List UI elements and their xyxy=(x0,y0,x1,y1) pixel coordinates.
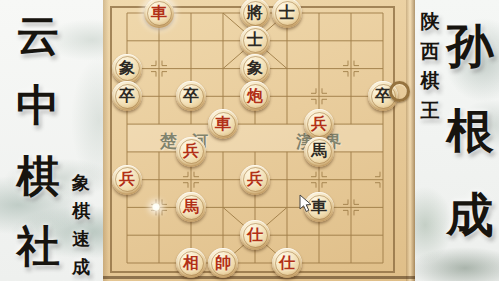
black-chariot[interactable]: 車 xyxy=(304,192,334,222)
piece-glyph: 將 xyxy=(240,0,270,28)
right-panel-title: 孙 根 成 xyxy=(442,22,498,238)
red-soldier[interactable]: 兵 xyxy=(304,109,334,139)
red-cannon[interactable]: 炮 xyxy=(240,81,270,111)
piece-glyph: 仕 xyxy=(240,220,270,250)
red-elephant[interactable]: 相 xyxy=(176,248,206,278)
red-soldier[interactable]: 兵 xyxy=(240,165,270,195)
calligraphy-char: 棋 xyxy=(17,155,60,198)
right-panel-subtitle: 陕 西 棋 王 xyxy=(417,12,443,120)
piece-glyph: 馬 xyxy=(176,192,206,222)
red-advisor[interactable]: 仕 xyxy=(240,220,270,250)
black-soldier[interactable]: 卒 xyxy=(176,81,206,111)
left-ink-panel: 云 中 棋 社 象 棋 速 成 xyxy=(0,0,103,281)
piece-glyph: 車 xyxy=(304,192,334,222)
piece-glyph: 士 xyxy=(240,26,270,56)
red-chariot[interactable]: 車 xyxy=(144,0,174,28)
red-chariot[interactable]: 車 xyxy=(208,109,238,139)
black-general[interactable]: 將 xyxy=(240,0,270,28)
red-advisor[interactable]: 仕 xyxy=(272,248,302,278)
piece-glyph: 卒 xyxy=(112,81,142,111)
calligraphy-char: 云 xyxy=(17,14,60,57)
calligraphy-char: 成 xyxy=(72,258,90,276)
black-advisor[interactable]: 士 xyxy=(272,0,302,28)
calligraphy-char: 根 xyxy=(447,107,494,154)
calligraphy-char: 棋 xyxy=(72,202,90,220)
calligraphy-char: 孙 xyxy=(447,22,494,69)
piece-glyph: 兵 xyxy=(304,109,334,139)
piece-glyph: 卒 xyxy=(176,81,206,111)
calligraphy-char: 象 xyxy=(72,174,90,192)
calligraphy-char: 社 xyxy=(17,225,60,268)
piece-glyph: 士 xyxy=(272,0,302,28)
piece-glyph: 相 xyxy=(176,248,206,278)
piece-glyph: 兵 xyxy=(176,137,206,167)
piece-glyph: 象 xyxy=(240,54,270,84)
piece-glyph: 兵 xyxy=(240,165,270,195)
black-soldier[interactable]: 卒 xyxy=(112,81,142,111)
piece-glyph: 車 xyxy=(208,109,238,139)
black-elephant[interactable]: 象 xyxy=(240,54,270,84)
calligraphy-char: 王 xyxy=(421,101,440,120)
piece-glyph: 兵 xyxy=(112,165,142,195)
calligraphy-char: 速 xyxy=(72,230,90,248)
calligraphy-char: 中 xyxy=(17,84,60,127)
left-panel-subtitle: 象 棋 速 成 xyxy=(68,174,94,276)
red-soldier[interactable]: 兵 xyxy=(112,165,142,195)
red-general[interactable]: 帥 xyxy=(208,248,238,278)
board-ring-handle xyxy=(389,81,410,102)
piece-glyph: 象 xyxy=(112,54,142,84)
xiangqi-board[interactable]: 楚 河 漢 界 車將士士象象卒卒炮卒車兵兵馬兵兵馬車仕相帥仕 xyxy=(103,0,415,281)
black-advisor[interactable]: 士 xyxy=(240,26,270,56)
left-panel-title: 云 中 棋 社 xyxy=(8,14,68,268)
calligraphy-char: 棋 xyxy=(421,71,440,90)
calligraphy-char: 西 xyxy=(421,42,440,61)
piece-glyph: 帥 xyxy=(208,248,238,278)
red-soldier[interactable]: 兵 xyxy=(176,137,206,167)
black-elephant[interactable]: 象 xyxy=(112,54,142,84)
pieces-layer: 車將士士象象卒卒炮卒車兵兵馬兵兵馬車仕相帥仕 xyxy=(103,0,415,281)
piece-glyph: 車 xyxy=(144,0,174,28)
piece-glyph: 馬 xyxy=(304,137,334,167)
piece-glyph: 仕 xyxy=(272,248,302,278)
calligraphy-char: 成 xyxy=(447,191,494,238)
right-ink-panel: 陕 西 棋 王 孙 根 成 xyxy=(415,0,499,281)
calligraphy-char: 陕 xyxy=(421,12,440,31)
red-horse[interactable]: 馬 xyxy=(176,192,206,222)
black-horse[interactable]: 馬 xyxy=(304,137,334,167)
screenshot-root: 云 中 棋 社 象 棋 速 成 楚 河 漢 界 xyxy=(0,0,499,281)
piece-glyph: 炮 xyxy=(240,81,270,111)
